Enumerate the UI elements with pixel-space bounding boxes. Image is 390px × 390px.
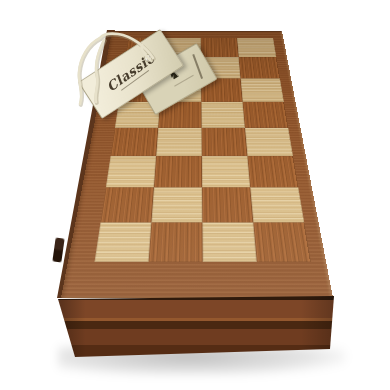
- board-square-dark: [154, 156, 202, 187]
- board-square-light: [241, 79, 284, 102]
- board-square-light: [156, 127, 202, 155]
- board-square-dark: [247, 156, 298, 187]
- tag-hole: [144, 54, 152, 62]
- board-square-dark: [201, 38, 239, 58]
- board-square-dark: [202, 127, 248, 155]
- board-square-dark: [243, 102, 289, 128]
- board-square-dark: [111, 127, 159, 155]
- board-square-light: [202, 156, 250, 187]
- clasp: [52, 237, 64, 262]
- board-square-dark: [202, 187, 253, 222]
- board-square-light: [245, 127, 293, 155]
- board-square-dark: [239, 57, 280, 78]
- board-square-light: [151, 187, 202, 222]
- board-square-light: [237, 38, 276, 58]
- board-square-light: [250, 187, 304, 222]
- case-front-with-seam: [58, 296, 334, 358]
- product-photo-background: ♞ Classic: [0, 0, 390, 390]
- board-square-dark: [253, 222, 311, 261]
- board-square-light: [106, 156, 156, 187]
- board-square-light: [201, 102, 245, 128]
- board-square-light: [202, 222, 256, 261]
- board-square-dark: [149, 222, 203, 261]
- board-square-dark: [100, 187, 153, 222]
- board-square-light: [94, 222, 151, 261]
